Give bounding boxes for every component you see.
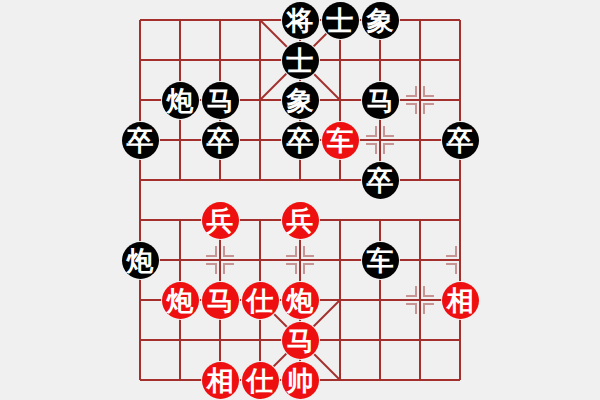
piece-black-elephant[interactable]: 象: [362, 2, 399, 39]
piece-black-cannon[interactable]: 炮: [122, 242, 159, 279]
piece-black-chariot[interactable]: 车: [362, 242, 399, 279]
piece-red-general[interactable]: 帅: [282, 362, 319, 399]
piece-red-cannon[interactable]: 炮: [162, 282, 199, 319]
piece-black-horse[interactable]: 马: [362, 82, 399, 119]
piece-red-cannon[interactable]: 炮: [282, 282, 319, 319]
piece-black-general[interactable]: 将: [282, 2, 319, 39]
piece-red-elephant[interactable]: 相: [442, 282, 479, 319]
piece-black-pawn[interactable]: 卒: [282, 122, 319, 159]
piece-red-horse[interactable]: 马: [282, 322, 319, 359]
piece-black-elephant[interactable]: 象: [282, 82, 319, 119]
piece-red-pawn[interactable]: 兵: [202, 202, 239, 239]
piece-black-pawn[interactable]: 卒: [442, 122, 479, 159]
piece-black-pawn[interactable]: 卒: [122, 122, 159, 159]
piece-red-advisor[interactable]: 仕: [242, 282, 279, 319]
piece-red-elephant[interactable]: 相: [202, 362, 239, 399]
piece-black-advisor[interactable]: 士: [322, 2, 359, 39]
piece-layer: 将士象士炮马象马卒卒卒车卒卒兵兵炮车炮马仕炮相马相仕帅: [120, 0, 480, 400]
piece-black-pawn[interactable]: 卒: [362, 162, 399, 199]
piece-black-advisor[interactable]: 士: [282, 42, 319, 79]
piece-red-horse[interactable]: 马: [202, 282, 239, 319]
piece-black-cannon[interactable]: 炮: [162, 82, 199, 119]
piece-red-chariot[interactable]: 车: [322, 122, 359, 159]
piece-red-pawn[interactable]: 兵: [282, 202, 319, 239]
piece-black-horse[interactable]: 马: [202, 82, 239, 119]
piece-red-advisor[interactable]: 仕: [242, 362, 279, 399]
piece-black-pawn[interactable]: 卒: [202, 122, 239, 159]
xiangqi-board: 将士象士炮马象马卒卒卒车卒卒兵兵炮车炮马仕炮相马相仕帅: [0, 0, 600, 400]
